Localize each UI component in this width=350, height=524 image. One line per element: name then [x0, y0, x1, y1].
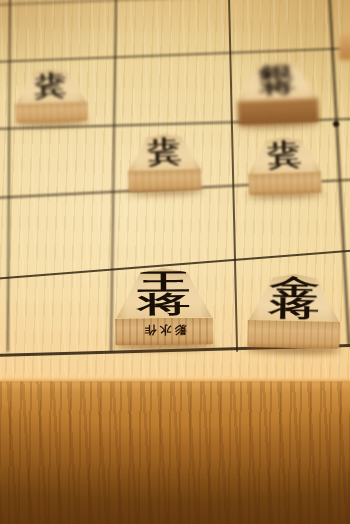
piece-kanji: 兵	[268, 154, 301, 169]
piece-front-face	[16, 102, 88, 123]
piece-top-face: 歩 兵	[125, 133, 203, 171]
piece-top-face: 銀 将	[234, 59, 321, 102]
piece-top-face: 歩 兵	[13, 68, 88, 105]
piece-top-face: 歩 兵	[245, 136, 323, 175]
piece-gold[interactable]: 金 将	[245, 273, 343, 355]
piece-king[interactable]: 影水作 王 将	[113, 268, 216, 351]
piece-kanji: 兵	[148, 152, 181, 167]
piece-pawn-middle[interactable]: 歩 兵	[125, 133, 204, 195]
piece-top-face: 金 将	[246, 273, 343, 322]
star-point-dot	[333, 121, 339, 127]
board-edge-highlight	[0, 377, 350, 382]
piece-kanji: 将	[137, 293, 190, 316]
shogi-photo-stage: 歩 兵 銀 将 歩 兵 歩	[0, 0, 350, 524]
maker-signature: 影水作	[115, 321, 213, 338]
piece-kanji: 兵	[35, 85, 67, 99]
piece-silver-right[interactable]: 銀 将	[234, 59, 322, 129]
piece-front-face: 影水作	[115, 318, 213, 346]
piece-front-face	[128, 169, 202, 192]
piece-front-face	[247, 320, 340, 349]
board-front-side	[0, 381, 350, 524]
grid-vline-1	[7, 0, 11, 352]
piece-kanji: 将	[269, 297, 320, 319]
piece-pawn-right[interactable]: 歩 兵	[245, 136, 324, 199]
piece-front-face	[237, 98, 320, 126]
grid-hline-1	[0, 0, 350, 6]
piece-front-face	[248, 172, 323, 196]
piece-top-face: 王 将	[113, 268, 215, 319]
piece-kanji: 将	[259, 80, 295, 96]
piece-pawn-left[interactable]: 歩 兵	[13, 68, 89, 127]
partial-piece-edge	[339, 34, 350, 60]
